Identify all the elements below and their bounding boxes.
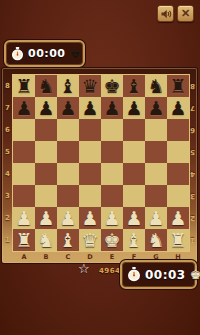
black-piece-p: ♟ <box>81 99 98 118</box>
black-piece-p: ♟ <box>125 99 142 118</box>
black-piece-p: ♟ <box>147 99 164 118</box>
file-label: E <box>101 251 123 263</box>
square-b8[interactable]: ♞ <box>35 75 57 97</box>
close-icon: ✕ <box>181 8 190 19</box>
square-f1[interactable]: ♝ <box>123 229 145 251</box>
square-a3[interactable] <box>13 185 35 207</box>
square-g5[interactable] <box>145 141 167 163</box>
chess-board: 87654321 87654321 ABCDEFGH ♜♞♝♛♚♝♞♜♟♟♟♟♟… <box>2 68 197 263</box>
square-d6[interactable] <box>79 119 101 141</box>
square-h5[interactable] <box>167 141 189 163</box>
rank-label: 3 <box>3 185 12 207</box>
white-piece-r: ♜ <box>169 231 186 250</box>
rank-label: 2 <box>3 207 12 229</box>
square-e8[interactable]: ♚ <box>101 75 123 97</box>
rank-label: 8 <box>188 75 197 97</box>
black-piece-b: ♝ <box>59 77 76 96</box>
speaker-icon <box>160 8 172 20</box>
black-piece-p: ♟ <box>37 99 54 118</box>
rank-label: 3 <box>188 185 197 207</box>
square-h3[interactable] <box>167 185 189 207</box>
file-label: C <box>57 251 79 263</box>
square-h6[interactable] <box>167 119 189 141</box>
square-g7[interactable]: ♟ <box>145 97 167 119</box>
square-d5[interactable] <box>79 141 101 163</box>
square-h1[interactable]: ♜ <box>167 229 189 251</box>
square-f4[interactable] <box>123 163 145 185</box>
rank-label: 4 <box>3 163 12 185</box>
black-piece-r: ♜ <box>15 77 32 96</box>
file-label: B <box>35 251 57 263</box>
black-piece-p: ♟ <box>103 99 120 118</box>
stopwatch-icon <box>11 47 24 61</box>
black-timer-value: 00:00 <box>28 47 66 60</box>
square-e7[interactable]: ♟ <box>101 97 123 119</box>
square-g6[interactable] <box>145 119 167 141</box>
rank-label: 1 <box>3 229 12 251</box>
square-a4[interactable] <box>13 163 35 185</box>
white-piece-n: ♞ <box>147 231 164 250</box>
square-c5[interactable] <box>57 141 79 163</box>
black-king-icon: ♚ <box>70 47 82 60</box>
white-piece-r: ♜ <box>15 231 32 250</box>
square-g2[interactable]: ♟ <box>145 207 167 229</box>
black-piece-n: ♞ <box>37 77 54 96</box>
black-piece-p: ♟ <box>15 99 32 118</box>
square-c1[interactable]: ♝ <box>57 229 79 251</box>
white-piece-p: ♟ <box>15 209 32 228</box>
square-e6[interactable] <box>101 119 123 141</box>
rank-label: 6 <box>188 119 197 141</box>
square-a6[interactable] <box>13 119 35 141</box>
square-g8[interactable]: ♞ <box>145 75 167 97</box>
square-b1[interactable]: ♞ <box>35 229 57 251</box>
square-d8[interactable]: ♛ <box>79 75 101 97</box>
square-h2[interactable]: ♟ <box>167 207 189 229</box>
square-b2[interactable]: ♟ <box>35 207 57 229</box>
square-e2[interactable]: ♟ <box>101 207 123 229</box>
square-h4[interactable] <box>167 163 189 185</box>
black-piece-p: ♟ <box>169 99 186 118</box>
white-piece-n: ♞ <box>37 231 54 250</box>
white-piece-p: ♟ <box>169 209 186 228</box>
square-e4[interactable] <box>101 163 123 185</box>
square-a1[interactable]: ♜ <box>13 229 35 251</box>
black-timer-panel: 00:00 ♚ <box>4 40 85 67</box>
rank-label: 4 <box>188 163 197 185</box>
white-piece-p: ♟ <box>81 209 98 228</box>
square-e1[interactable]: ♚ <box>101 229 123 251</box>
square-f3[interactable] <box>123 185 145 207</box>
white-king-icon: ♚ <box>190 268 200 281</box>
white-piece-p: ♟ <box>125 209 142 228</box>
square-f7[interactable]: ♟ <box>123 97 145 119</box>
black-piece-k: ♚ <box>103 77 120 96</box>
rank-labels-left: 87654321 <box>3 75 12 251</box>
score-value: 4964 <box>99 267 120 275</box>
square-e5[interactable] <box>101 141 123 163</box>
square-c6[interactable] <box>57 119 79 141</box>
star-icon: ☆ <box>78 262 90 275</box>
square-c2[interactable]: ♟ <box>57 207 79 229</box>
black-piece-r: ♜ <box>169 77 186 96</box>
square-d7[interactable]: ♟ <box>79 97 101 119</box>
white-piece-b: ♝ <box>125 231 142 250</box>
rank-label: 1 <box>188 229 197 251</box>
black-piece-q: ♛ <box>81 77 98 96</box>
square-a5[interactable] <box>13 141 35 163</box>
file-label: A <box>13 251 35 263</box>
black-piece-p: ♟ <box>59 99 76 118</box>
square-b6[interactable] <box>35 119 57 141</box>
white-piece-b: ♝ <box>59 231 76 250</box>
square-g1[interactable]: ♞ <box>145 229 167 251</box>
white-piece-q: ♛ <box>81 231 98 250</box>
square-c3[interactable] <box>57 185 79 207</box>
square-a8[interactable]: ♜ <box>13 75 35 97</box>
rank-labels-right: 87654321 <box>188 75 197 251</box>
rank-label: 5 <box>3 141 12 163</box>
square-a2[interactable]: ♟ <box>13 207 35 229</box>
sound-button[interactable] <box>157 5 174 22</box>
white-piece-k: ♚ <box>103 231 120 250</box>
rank-label: 6 <box>3 119 12 141</box>
game-screen: ✕ 00:00 ♚ 87654321 87654321 ABCDEFGH ♜♞♝… <box>0 0 200 335</box>
square-h7[interactable]: ♟ <box>167 97 189 119</box>
square-d2[interactable]: ♟ <box>79 207 101 229</box>
stopwatch-icon <box>127 267 141 282</box>
square-d1[interactable]: ♛ <box>79 229 101 251</box>
square-d4[interactable] <box>79 163 101 185</box>
white-piece-p: ♟ <box>59 209 76 228</box>
square-b4[interactable] <box>35 163 57 185</box>
square-g3[interactable] <box>145 185 167 207</box>
white-piece-p: ♟ <box>37 209 54 228</box>
square-f2[interactable]: ♟ <box>123 207 145 229</box>
square-f8[interactable]: ♝ <box>123 75 145 97</box>
white-timer-value: 00:03 <box>145 268 186 282</box>
square-h8[interactable]: ♜ <box>167 75 189 97</box>
square-c8[interactable]: ♝ <box>57 75 79 97</box>
square-f5[interactable] <box>123 141 145 163</box>
rank-label: 7 <box>188 97 197 119</box>
rank-label: 7 <box>3 97 12 119</box>
close-button[interactable]: ✕ <box>177 5 194 22</box>
black-piece-b: ♝ <box>125 77 142 96</box>
rank-label: 2 <box>188 207 197 229</box>
square-e3[interactable] <box>101 185 123 207</box>
white-piece-p: ♟ <box>147 209 164 228</box>
square-c7[interactable]: ♟ <box>57 97 79 119</box>
board-grid: ♜♞♝♛♚♝♞♜♟♟♟♟♟♟♟♟♟♟♟♟♟♟♟♟♜♞♝♛♚♝♞♜ <box>13 75 189 251</box>
square-b7[interactable]: ♟ <box>35 97 57 119</box>
white-piece-p: ♟ <box>103 209 120 228</box>
square-b3[interactable] <box>35 185 57 207</box>
rank-label: 8 <box>3 75 12 97</box>
square-b5[interactable] <box>35 141 57 163</box>
square-a7[interactable]: ♟ <box>13 97 35 119</box>
rank-label: 5 <box>188 141 197 163</box>
square-g4[interactable] <box>145 163 167 185</box>
white-timer-panel: 00:03 ♚ <box>120 260 197 289</box>
square-c4[interactable] <box>57 163 79 185</box>
square-d3[interactable] <box>79 185 101 207</box>
square-f6[interactable] <box>123 119 145 141</box>
black-piece-n: ♞ <box>147 77 164 96</box>
